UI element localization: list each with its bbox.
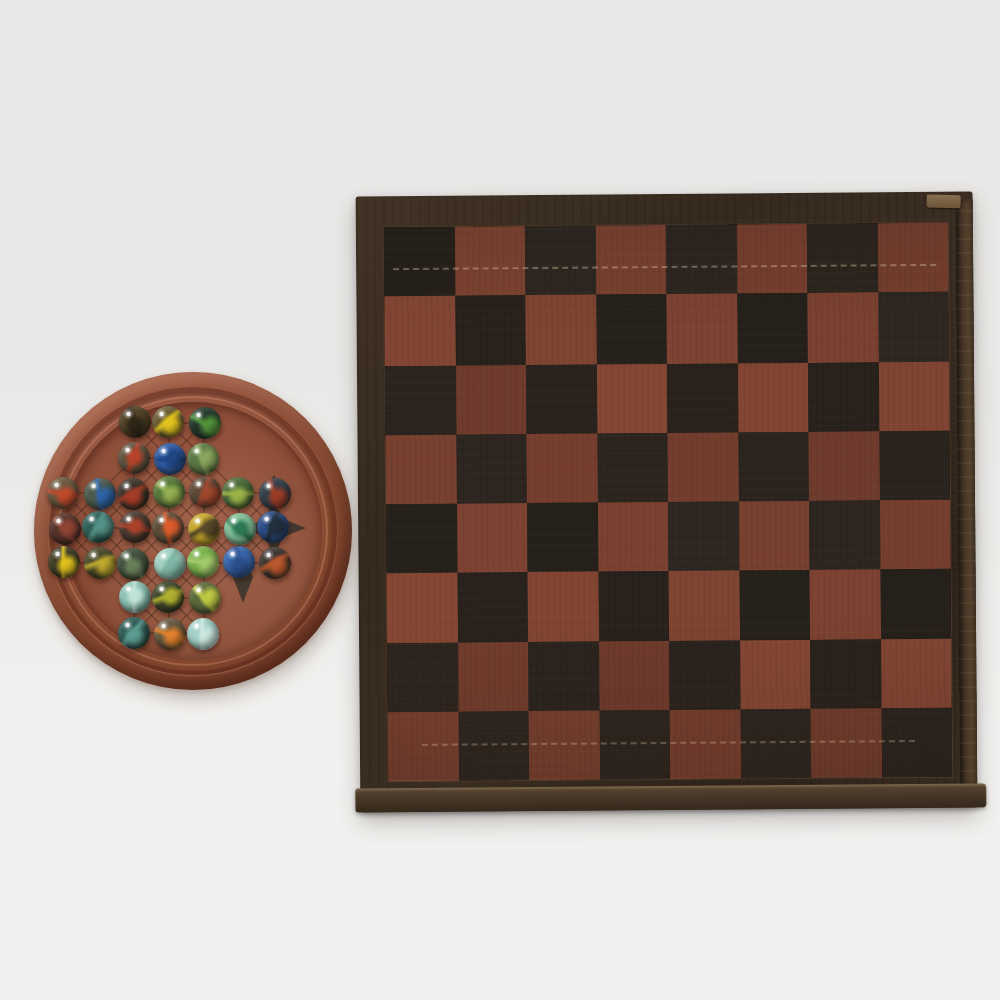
marble-red-swirl[interactable] xyxy=(118,442,150,474)
square-b6[interactable] xyxy=(455,365,526,435)
square-a3[interactable] xyxy=(387,573,458,643)
marble-yellow-dark[interactable] xyxy=(188,513,220,545)
marble-rust-red[interactable] xyxy=(189,476,221,508)
marble-olive-swirl[interactable] xyxy=(152,581,184,613)
square-d2[interactable] xyxy=(599,640,670,710)
marble-navy-red[interactable] xyxy=(259,478,291,510)
square-c3[interactable] xyxy=(528,572,599,642)
square-b1[interactable] xyxy=(458,711,529,781)
square-f2[interactable] xyxy=(740,639,811,709)
marble-black-red[interactable] xyxy=(117,478,149,510)
square-a8[interactable] xyxy=(384,227,455,297)
square-h2[interactable] xyxy=(881,638,952,708)
square-e3[interactable] xyxy=(669,571,740,641)
square-g6[interactable] xyxy=(808,362,879,432)
marble-chartreuse[interactable] xyxy=(189,582,221,614)
marble-teal-dark[interactable] xyxy=(118,617,150,649)
square-a6[interactable] xyxy=(385,365,456,435)
square-g2[interactable] xyxy=(810,639,881,709)
square-f8[interactable] xyxy=(736,224,807,294)
square-a4[interactable] xyxy=(386,504,457,574)
square-h6[interactable] xyxy=(878,361,949,431)
marble-orange-swirl[interactable] xyxy=(154,618,186,650)
marble-yellow-bright[interactable] xyxy=(48,546,80,578)
square-a1[interactable] xyxy=(388,711,459,781)
marble-green[interactable] xyxy=(153,476,185,508)
square-d1[interactable] xyxy=(599,710,670,780)
square-c7[interactable] xyxy=(525,295,596,365)
square-b3[interactable] xyxy=(457,572,528,642)
marble-solitaire-board xyxy=(34,372,352,690)
photo-scene xyxy=(0,0,1000,1000)
marble-cobalt-blue[interactable] xyxy=(154,443,186,475)
square-d4[interactable] xyxy=(598,502,669,572)
marble-olive-yellow[interactable] xyxy=(84,547,116,579)
square-d3[interactable] xyxy=(598,571,669,641)
square-d7[interactable] xyxy=(596,294,667,364)
square-a7[interactable] xyxy=(384,296,455,366)
square-g4[interactable] xyxy=(809,500,880,570)
square-e7[interactable] xyxy=(666,294,737,364)
square-e8[interactable] xyxy=(666,224,737,294)
marble-lime-green[interactable] xyxy=(222,477,254,509)
marble-red-orange[interactable] xyxy=(47,477,79,509)
marble-blue-swirl[interactable] xyxy=(84,478,116,510)
square-h3[interactable] xyxy=(880,569,951,639)
square-c5[interactable] xyxy=(526,433,597,503)
marble-dark-green[interactable] xyxy=(117,548,149,580)
square-e2[interactable] xyxy=(669,640,740,710)
square-f7[interactable] xyxy=(737,293,808,363)
checkers-board xyxy=(356,192,978,813)
square-c4[interactable] xyxy=(527,503,598,573)
frame-right-rail xyxy=(956,200,978,786)
square-c2[interactable] xyxy=(528,641,599,711)
square-b8[interactable] xyxy=(454,226,525,296)
marble-navy-blue[interactable] xyxy=(257,511,289,543)
square-d6[interactable] xyxy=(596,363,667,433)
square-c1[interactable] xyxy=(529,710,600,780)
square-c8[interactable] xyxy=(525,226,596,296)
marble-pale-aqua-light[interactable] xyxy=(187,618,219,650)
square-e5[interactable] xyxy=(667,432,738,502)
square-e4[interactable] xyxy=(668,501,739,571)
marble-orange-red[interactable] xyxy=(152,512,184,544)
square-c6[interactable] xyxy=(526,364,597,434)
square-g8[interactable] xyxy=(807,223,878,293)
square-a5[interactable] xyxy=(385,434,456,504)
marble-moss-green[interactable] xyxy=(187,443,219,475)
square-b2[interactable] xyxy=(458,642,529,712)
marble-pale-teal[interactable] xyxy=(119,581,151,613)
square-h5[interactable] xyxy=(879,431,950,501)
square-a2[interactable] xyxy=(387,642,458,712)
square-g3[interactable] xyxy=(810,570,881,640)
square-f3[interactable] xyxy=(739,570,810,640)
frame-corner-notch xyxy=(926,194,960,208)
square-b5[interactable] xyxy=(456,434,527,504)
square-g1[interactable] xyxy=(811,708,882,778)
marble-blue[interactable] xyxy=(223,546,255,578)
frame-bottom-rail xyxy=(355,783,986,812)
square-f1[interactable] xyxy=(740,709,811,779)
square-h7[interactable] xyxy=(878,292,949,362)
square-f4[interactable] xyxy=(738,501,809,571)
marble-charcoal-orange[interactable] xyxy=(259,547,291,579)
square-f6[interactable] xyxy=(737,362,808,432)
square-h8[interactable] xyxy=(877,223,948,293)
square-h4[interactable] xyxy=(879,500,950,570)
square-f5[interactable] xyxy=(738,432,809,502)
marble-mint-green[interactable] xyxy=(224,513,256,545)
square-b7[interactable] xyxy=(455,295,526,365)
square-d8[interactable] xyxy=(595,225,666,295)
marble-apple-green[interactable] xyxy=(187,546,219,578)
square-g5[interactable] xyxy=(808,431,879,501)
marble-teal[interactable] xyxy=(82,511,114,543)
square-d5[interactable] xyxy=(597,433,668,503)
square-g7[interactable] xyxy=(807,293,878,363)
marble-dark-red[interactable] xyxy=(119,511,151,543)
marble-yellow-swirl[interactable] xyxy=(152,406,184,438)
square-h1[interactable] xyxy=(881,708,952,778)
marble-maroon[interactable] xyxy=(49,513,81,545)
marble-pale-aqua[interactable] xyxy=(154,548,186,580)
square-b4[interactable] xyxy=(457,503,528,573)
marble-forest-green[interactable] xyxy=(189,407,221,439)
marble-dark-amber[interactable] xyxy=(119,406,151,438)
square-e6[interactable] xyxy=(667,363,738,433)
square-e1[interactable] xyxy=(670,709,741,779)
marbles-layer xyxy=(34,372,352,690)
checkers-field xyxy=(383,222,953,782)
